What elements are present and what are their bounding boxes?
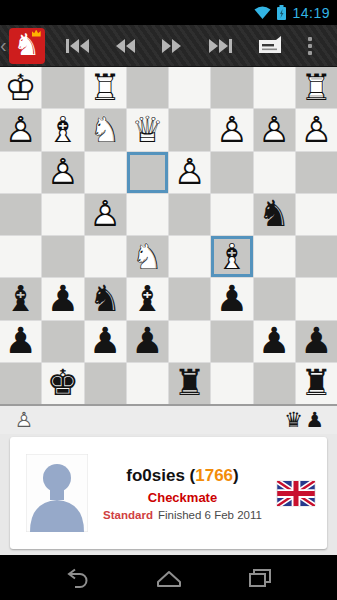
go-last-move-button[interactable] [203,31,238,61]
square-c8[interactable] [211,363,252,404]
game-meta: StandardFinished 6 Feb 2011 [92,509,273,521]
square-f5[interactable] [85,236,126,277]
square-e4[interactable] [127,194,168,235]
captured-black-piece: ♟ [305,410,324,431]
square-h5[interactable] [0,236,41,277]
square-e5[interactable]: ♞♘ [127,236,168,277]
square-a4[interactable] [296,194,337,235]
overflow-dot [308,51,312,55]
white-piece: ♙ [169,152,210,193]
square-h4[interactable] [0,194,41,235]
black-piece: ♞ [254,194,295,235]
square-g2[interactable]: ♝♗ [42,109,83,150]
square-c2[interactable]: ♟♙ [211,109,252,150]
up-caret-icon[interactable]: ‹ [0,35,7,55]
square-f3[interactable] [85,152,126,193]
square-d6[interactable] [169,278,210,319]
player-rating: 1766 [195,466,233,485]
game-info-panel: fo0sies (1766) Checkmate StandardFinishe… [0,434,337,555]
square-g5[interactable] [42,236,83,277]
recents-icon [247,568,273,588]
square-f2[interactable]: ♞♘ [85,109,126,150]
square-d3[interactable]: ♟♙ [169,152,210,193]
square-d2[interactable] [169,109,210,150]
square-a7[interactable]: ♟ [296,321,337,362]
black-piece: ♚ [42,363,83,404]
app-logo-knight-icon[interactable]: ♞ [9,28,45,64]
white-piece: ♙ [0,109,41,150]
overflow-dot [308,37,312,41]
back-icon [65,568,91,588]
white-piece: ♖ [85,67,126,108]
game-mode-badge: Standard [103,509,153,521]
player-info: fo0sies (1766) Checkmate StandardFinishe… [88,466,277,521]
chess-board: ♚♔♜♖♜♖♟♙♝♗♞♘♛♕♟♙♟♙♟♙♟♙♟♙♟♙♞♞♘♝♗♝♟♞♝♟♟♟♟♟… [0,67,337,404]
square-d7[interactable] [169,321,210,362]
player-name: fo0sies [126,466,185,485]
phone-screen: 14:19 ‹ ♞ [0,0,337,600]
avatar-placeholder [26,454,88,532]
square-e3[interactable] [127,152,168,193]
square-c4[interactable] [211,194,252,235]
square-b5[interactable] [254,236,295,277]
square-a3[interactable] [296,152,337,193]
white-piece: ♙ [296,109,337,150]
finished-date: Finished 6 Feb 2011 [158,509,262,521]
go-previous-move-button[interactable] [109,31,141,61]
square-h3[interactable] [0,152,41,193]
white-piece: ♙ [42,152,83,193]
android-nav-bar [0,555,337,600]
square-c7[interactable] [211,321,252,362]
square-b3[interactable] [254,152,295,193]
square-g3[interactable]: ♟♙ [42,152,83,193]
square-a2[interactable]: ♟♙ [296,109,337,150]
status-bar: 14:19 [0,0,337,25]
black-piece: ♟ [42,278,83,319]
square-c1[interactable] [211,67,252,108]
recents-button[interactable] [247,568,273,588]
white-piece: ♗ [42,109,83,150]
go-first-move-button[interactable] [60,31,95,61]
captured-by-white-tray: ♛♟ [284,410,324,431]
square-d4[interactable] [169,194,210,235]
black-piece: ♜ [169,363,210,404]
square-a1[interactable]: ♜♖ [296,67,337,108]
square-e8[interactable] [127,363,168,404]
white-piece: ♖ [296,67,337,108]
back-button[interactable] [65,568,91,588]
wifi-icon [254,6,271,20]
square-b6[interactable] [254,278,295,319]
square-c6[interactable]: ♟ [211,278,252,319]
square-c5[interactable]: ♝♗ [211,236,252,277]
black-piece: ♟ [296,321,337,362]
square-d5[interactable] [169,236,210,277]
fast-forward-icon [160,37,184,55]
square-g7[interactable] [42,321,83,362]
square-b7[interactable]: ♟ [254,321,295,362]
black-piece: ♞ [85,278,126,319]
square-h6[interactable]: ♝ [0,278,41,319]
square-e6[interactable]: ♝ [127,278,168,319]
square-f4[interactable]: ♟♙ [85,194,126,235]
white-piece: ♙ [85,194,126,235]
square-d1[interactable] [169,67,210,108]
overflow-dot [308,44,312,48]
overflow-menu-button[interactable] [302,33,318,59]
square-f7[interactable]: ♟ [85,321,126,362]
captured-white-piece: ♟♙ [13,408,35,432]
square-b4[interactable]: ♞ [254,194,295,235]
home-icon [155,568,183,588]
square-a6[interactable] [296,278,337,319]
white-piece: ♘ [127,236,168,277]
square-e7[interactable]: ♟ [127,321,168,362]
player-name-line: fo0sies (1766) [92,466,273,486]
square-c3[interactable] [211,152,252,193]
square-a5[interactable] [296,236,337,277]
square-g4[interactable] [42,194,83,235]
square-b1[interactable] [254,67,295,108]
black-piece: ♟ [211,278,252,319]
black-piece: ♝ [127,278,168,319]
square-b2[interactable]: ♟♙ [254,109,295,150]
black-piece: ♝ [0,278,41,319]
captured-by-black-tray: ♟♙ [13,408,35,432]
square-g1[interactable] [42,67,83,108]
black-piece: ♟ [0,321,41,362]
chat-button[interactable] [253,30,287,61]
white-piece: ♘ [85,109,126,150]
black-piece: ♟ [127,321,168,362]
game-result: Checkmate [92,490,273,505]
white-piece: ♙ [254,109,295,150]
home-button[interactable] [155,568,183,588]
clock: 14:19 [292,5,330,21]
skip-to-start-icon [64,37,91,55]
square-h1[interactable]: ♚♔ [0,67,41,108]
skip-to-end-icon [207,37,234,55]
square-e1[interactable] [127,67,168,108]
white-piece: ♗ [211,236,252,277]
square-g6[interactable]: ♟ [42,278,83,319]
black-piece: ♟ [85,321,126,362]
black-piece: ♜ [296,363,337,404]
paren: ) [233,466,239,485]
captured-black-piece: ♛ [284,410,303,431]
white-piece: ♙ [211,109,252,150]
square-d8[interactable]: ♜ [169,363,210,404]
rewind-icon [113,37,137,55]
square-g8[interactable]: ♚ [42,363,83,404]
square-a8[interactable]: ♜ [296,363,337,404]
chat-icon [257,36,283,55]
square-h8[interactable] [0,363,41,404]
square-f8[interactable] [85,363,126,404]
square-h2[interactable]: ♟♙ [0,109,41,150]
black-piece: ♟ [254,321,295,362]
square-e2[interactable]: ♛♕ [127,109,168,150]
uk-flag-icon [277,481,315,506]
square-f1[interactable]: ♜♖ [85,67,126,108]
captured-pieces-bar: ♟♙ ♛♟ [0,404,337,434]
white-piece: ♔ [0,67,41,108]
square-h7[interactable]: ♟ [0,321,41,362]
square-f6[interactable]: ♞ [85,278,126,319]
go-next-move-button[interactable] [156,31,188,61]
white-piece: ♕ [127,109,168,150]
player-card[interactable]: fo0sies (1766) Checkmate StandardFinishe… [10,437,327,549]
playback-controls [45,30,333,61]
battery-charging-icon [277,5,286,20]
square-b8[interactable] [254,363,295,404]
action-bar: ‹ ♞ [0,25,337,67]
